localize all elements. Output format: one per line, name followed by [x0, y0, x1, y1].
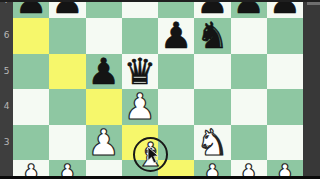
black-pawn[interactable]: ♟ [160, 18, 192, 54]
chess-app-screen: ♜♞♝♚♝♜♟♟♟♟♟♟♞♟♛♟♟♞♟♟♟♟♟♜♞♝♛♚♜ ♝ 76543 [0, 0, 320, 180]
square-c5[interactable]: ♟ [86, 54, 122, 90]
black-queen[interactable]: ♛ [124, 54, 156, 90]
black-knight[interactable]: ♞ [196, 18, 228, 54]
rank-label-5: 5 [0, 66, 13, 77]
black-pawn[interactable]: ♟ [232, 0, 264, 18]
square-d4[interactable]: ♟ [122, 89, 158, 125]
black-pawn[interactable]: ♟ [196, 0, 228, 18]
square-a5[interactable] [13, 54, 49, 90]
square-b4[interactable] [49, 89, 85, 125]
rank-coordinate-gutter [0, 0, 13, 176]
rank-label-6: 6 [0, 30, 13, 41]
black-pawn[interactable]: ♟ [269, 0, 301, 18]
square-b7[interactable]: ♟ [49, 0, 85, 18]
square-d6[interactable] [122, 18, 158, 54]
bottom-white-strip [0, 179, 320, 181]
white-pawn[interactable]: ♟ [124, 89, 156, 125]
square-f5[interactable] [194, 54, 230, 90]
dragged-white-bishop[interactable]: ♝ [133, 137, 169, 173]
square-d5[interactable]: ♛ [122, 54, 158, 90]
mouse-cursor-icon [147, 146, 161, 165]
square-g3[interactable] [231, 125, 267, 161]
square-f6[interactable]: ♞ [194, 18, 230, 54]
white-pawn[interactable]: ♟ [87, 125, 119, 161]
square-b3[interactable] [49, 125, 85, 161]
square-c3[interactable]: ♟ [86, 125, 122, 161]
square-g7[interactable]: ♟ [231, 0, 267, 18]
square-d7[interactable] [122, 0, 158, 18]
square-a7[interactable]: ♟ [13, 0, 49, 18]
square-h4[interactable] [267, 89, 303, 125]
rank-label-4: 4 [0, 101, 13, 112]
square-g4[interactable] [231, 89, 267, 125]
square-a4[interactable] [13, 89, 49, 125]
black-pawn[interactable]: ♟ [87, 54, 119, 90]
square-f4[interactable] [194, 89, 230, 125]
square-h5[interactable] [267, 54, 303, 90]
right-side-bar [303, 0, 320, 176]
square-b6[interactable] [49, 18, 85, 54]
square-e6[interactable]: ♟ [158, 18, 194, 54]
black-pawn[interactable]: ♟ [15, 0, 47, 18]
square-a6[interactable] [13, 18, 49, 54]
square-a3[interactable] [13, 125, 49, 161]
square-f3[interactable]: ♞ [194, 125, 230, 161]
square-g5[interactable] [231, 54, 267, 90]
square-c6[interactable] [86, 18, 122, 54]
square-h7[interactable]: ♟ [267, 0, 303, 18]
square-c7[interactable] [86, 0, 122, 18]
square-c4[interactable] [86, 89, 122, 125]
black-pawn[interactable]: ♟ [51, 0, 83, 18]
square-e4[interactable] [158, 89, 194, 125]
rank-label-3: 3 [0, 137, 13, 148]
square-e7[interactable] [158, 0, 194, 18]
square-h3[interactable] [267, 125, 303, 161]
square-f7[interactable]: ♟ [194, 0, 230, 18]
square-b5[interactable] [49, 54, 85, 90]
square-h6[interactable] [267, 18, 303, 54]
square-g6[interactable] [231, 18, 267, 54]
square-e5[interactable] [158, 54, 194, 90]
white-knight[interactable]: ♞ [196, 125, 228, 161]
top-edge-line [0, 0, 320, 2]
